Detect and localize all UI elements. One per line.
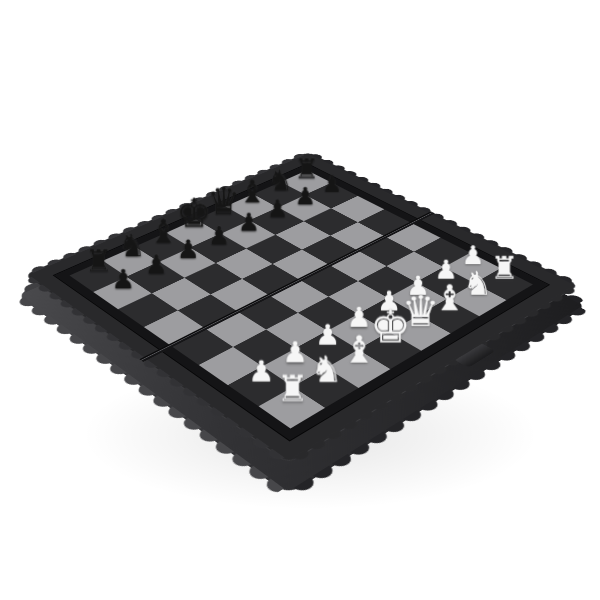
white-knight[interactable]: ♞ — [310, 351, 342, 387]
black-king[interactable]: ♚ — [176, 194, 212, 234]
white-bishop[interactable]: ♝ — [342, 331, 376, 369]
black-knight[interactable]: ♞ — [117, 230, 145, 261]
white-rook[interactable]: ♜ — [490, 253, 518, 284]
black-pawn[interactable]: ♟ — [237, 210, 259, 235]
square-f6[interactable] — [184, 263, 242, 294]
black-bishop[interactable]: ♝ — [238, 176, 266, 207]
black-pawn[interactable]: ♟ — [176, 237, 199, 262]
black-rook[interactable]: ♜ — [294, 155, 319, 182]
black-pawn[interactable]: ♟ — [111, 266, 135, 292]
black-knight[interactable]: ♞ — [267, 166, 293, 195]
white-rook[interactable]: ♜ — [276, 371, 308, 407]
black-rook[interactable]: ♜ — [84, 245, 112, 276]
black-pawn[interactable]: ♟ — [321, 172, 342, 195]
product-photo-scene: ♜♞♝♚♛♝♞♜♟♟♟♟♟♟♟♟♟♟♟♟♟♟♟♟♜♞♝♚♛♝♞♜ — [0, 0, 600, 600]
black-pawn[interactable]: ♟ — [266, 197, 288, 221]
square-f5[interactable] — [211, 279, 270, 312]
black-pawn[interactable]: ♟ — [207, 223, 229, 248]
white-pawn[interactable]: ♟ — [314, 321, 339, 349]
white-knight[interactable]: ♞ — [462, 267, 491, 300]
black-pawn[interactable]: ♟ — [294, 184, 315, 208]
black-pawn[interactable]: ♟ — [144, 251, 167, 277]
black-bishop[interactable]: ♝ — [148, 214, 177, 247]
white-pawn[interactable]: ♟ — [282, 338, 308, 367]
white-pawn[interactable]: ♟ — [247, 357, 273, 386]
